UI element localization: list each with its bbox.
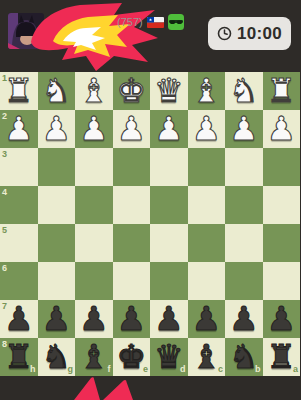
piece-white-pawn[interactable]: ♟ xyxy=(75,110,113,148)
rank-label-8: 8 xyxy=(2,340,7,349)
square-d1[interactable]: ♛ xyxy=(150,72,188,110)
piece-white-king[interactable]: ♚ xyxy=(113,72,151,110)
piece-white-bishop[interactable]: ♝ xyxy=(188,72,226,110)
square-b5[interactable] xyxy=(225,224,263,262)
file-label-h: h xyxy=(30,365,36,374)
piece-white-pawn[interactable]: ♟ xyxy=(150,110,188,148)
avatar-image xyxy=(8,13,44,49)
square-d5[interactable] xyxy=(150,224,188,262)
player-meta: (757) xyxy=(117,14,184,30)
square-c1[interactable]: ♝ xyxy=(188,72,226,110)
green-sunglasses-emote-icon xyxy=(168,14,184,30)
square-b2[interactable]: ♟ xyxy=(225,110,263,148)
square-c2[interactable]: ♟ xyxy=(188,110,226,148)
square-c5[interactable] xyxy=(188,224,226,262)
square-c3[interactable] xyxy=(188,148,226,186)
rank-label-5: 5 xyxy=(2,226,7,235)
square-a1[interactable]: ♜ xyxy=(263,72,301,110)
square-g8[interactable]: g♞ xyxy=(38,338,76,376)
square-c7[interactable]: ♟ xyxy=(188,300,226,338)
square-e6[interactable] xyxy=(113,262,151,300)
square-g1[interactable]: ♞ xyxy=(38,72,76,110)
square-d7[interactable]: ♟ xyxy=(150,300,188,338)
rank-label-3: 3 xyxy=(2,150,7,159)
piece-black-pawn[interactable]: ♟ xyxy=(188,300,226,338)
square-h8[interactable]: 8h♜ xyxy=(0,338,38,376)
square-a4[interactable] xyxy=(263,186,301,224)
square-f7[interactable]: ♟ xyxy=(75,300,113,338)
file-label-b: b xyxy=(255,365,261,374)
player-header: (757) 10:00 xyxy=(0,0,300,72)
square-b8[interactable]: b♞ xyxy=(225,338,263,376)
square-e5[interactable] xyxy=(113,224,151,262)
square-f5[interactable] xyxy=(75,224,113,262)
piece-white-knight[interactable]: ♞ xyxy=(225,72,263,110)
clock-time: 10:00 xyxy=(237,24,282,44)
piece-black-pawn[interactable]: ♟ xyxy=(263,300,301,338)
square-h7[interactable]: 7♟ xyxy=(0,300,38,338)
square-b1[interactable]: ♞ xyxy=(225,72,263,110)
square-g4[interactable] xyxy=(38,186,76,224)
flame-doodle-icon xyxy=(26,1,160,72)
square-h5[interactable]: 5 xyxy=(0,224,38,262)
square-g3[interactable] xyxy=(38,148,76,186)
square-d8[interactable]: d♛ xyxy=(150,338,188,376)
square-d3[interactable] xyxy=(150,148,188,186)
square-g2[interactable]: ♟ xyxy=(38,110,76,148)
square-h4[interactable]: 4 xyxy=(0,186,38,224)
rank-label-4: 4 xyxy=(2,188,7,197)
piece-black-pawn[interactable]: ♟ xyxy=(75,300,113,338)
piece-white-bishop[interactable]: ♝ xyxy=(75,72,113,110)
piece-white-rook[interactable]: ♜ xyxy=(263,72,301,110)
piece-black-pawn[interactable]: ♟ xyxy=(113,300,151,338)
square-f3[interactable] xyxy=(75,148,113,186)
square-f1[interactable]: ♝ xyxy=(75,72,113,110)
piece-white-pawn[interactable]: ♟ xyxy=(38,110,76,148)
square-g7[interactable]: ♟ xyxy=(38,300,76,338)
piece-white-queen[interactable]: ♛ xyxy=(150,72,188,110)
rank-label-1: 1 xyxy=(2,74,7,83)
square-b4[interactable] xyxy=(225,186,263,224)
square-a6[interactable] xyxy=(263,262,301,300)
square-e7[interactable]: ♟ xyxy=(113,300,151,338)
file-label-g: g xyxy=(68,365,74,374)
rank-label-6: 6 xyxy=(2,264,7,273)
square-f8[interactable]: f♝ xyxy=(75,338,113,376)
square-h1[interactable]: 1♜ xyxy=(0,72,38,110)
square-h3[interactable]: 3 xyxy=(0,148,38,186)
rank-label-2: 2 xyxy=(2,112,7,121)
square-f2[interactable]: ♟ xyxy=(75,110,113,148)
square-e3[interactable] xyxy=(113,148,151,186)
square-g5[interactable] xyxy=(38,224,76,262)
file-label-f: f xyxy=(108,365,111,374)
square-g6[interactable] xyxy=(38,262,76,300)
square-b3[interactable] xyxy=(225,148,263,186)
square-a2[interactable]: ♟ xyxy=(263,110,301,148)
square-c8[interactable]: c♝ xyxy=(188,338,226,376)
player-clock: 10:00 xyxy=(208,17,291,50)
square-a5[interactable] xyxy=(263,224,301,262)
piece-black-pawn[interactable]: ♟ xyxy=(225,300,263,338)
square-a8[interactable]: a♜ xyxy=(263,338,301,376)
file-label-c: c xyxy=(218,365,223,374)
piece-white-pawn[interactable]: ♟ xyxy=(263,110,301,148)
square-h2[interactable]: 2♟ xyxy=(0,110,38,148)
player-avatar[interactable] xyxy=(8,13,44,49)
square-a7[interactable]: ♟ xyxy=(263,300,301,338)
square-b7[interactable]: ♟ xyxy=(225,300,263,338)
chile-flag-icon xyxy=(147,17,164,28)
square-d2[interactable]: ♟ xyxy=(150,110,188,148)
rank-label-7: 7 xyxy=(2,302,7,311)
piece-white-pawn[interactable]: ♟ xyxy=(225,110,263,148)
square-d4[interactable] xyxy=(150,186,188,224)
square-c4[interactable] xyxy=(188,186,226,224)
piece-white-pawn[interactable]: ♟ xyxy=(188,110,226,148)
square-h6[interactable]: 6 xyxy=(0,262,38,300)
file-label-d: d xyxy=(180,365,186,374)
square-d6[interactable] xyxy=(150,262,188,300)
file-label-a: a xyxy=(293,365,298,374)
chess-board: 1♜♞♝♚♛♝♞♜2♟♟♟♟♟♟♟♟34567♟♟♟♟♟♟♟♟8h♜g♞f♝e♚… xyxy=(0,72,300,376)
file-label-e: e xyxy=(143,365,148,374)
square-e1[interactable]: ♚ xyxy=(113,72,151,110)
bottom-flame-doodle-icon xyxy=(72,376,138,400)
piece-white-knight[interactable]: ♞ xyxy=(38,72,76,110)
player-rating: (757) xyxy=(117,14,143,30)
square-f4[interactable] xyxy=(75,186,113,224)
square-e8[interactable]: e♚ xyxy=(113,338,151,376)
square-e4[interactable] xyxy=(113,186,151,224)
square-a3[interactable] xyxy=(263,148,301,186)
piece-white-pawn[interactable]: ♟ xyxy=(113,110,151,148)
clock-icon xyxy=(217,26,232,41)
piece-black-pawn[interactable]: ♟ xyxy=(150,300,188,338)
square-e2[interactable]: ♟ xyxy=(113,110,151,148)
piece-black-pawn[interactable]: ♟ xyxy=(38,300,76,338)
square-b6[interactable] xyxy=(225,262,263,300)
square-f6[interactable] xyxy=(75,262,113,300)
square-c6[interactable] xyxy=(188,262,226,300)
